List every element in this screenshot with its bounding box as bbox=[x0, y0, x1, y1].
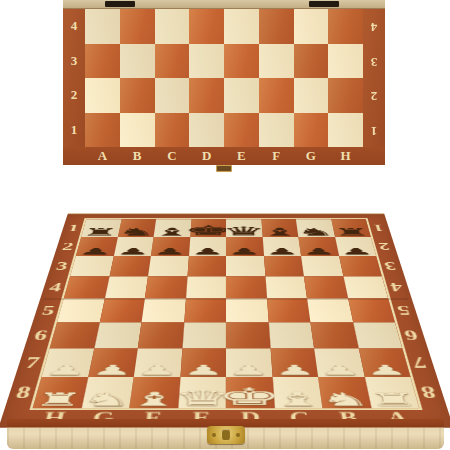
square-D2 bbox=[189, 78, 224, 113]
square-B1 bbox=[120, 113, 155, 148]
piece-light-pawn-E7: ♟ bbox=[182, 364, 223, 377]
piece-light-rook-H8: ♜ bbox=[32, 391, 85, 408]
square-D8: ♚ bbox=[226, 377, 274, 408]
square-G7: ♟ bbox=[88, 349, 138, 377]
square-F2: ♟ bbox=[151, 237, 190, 256]
square-E3 bbox=[224, 44, 259, 79]
square-C1: ♝ bbox=[261, 219, 298, 237]
square-B7: ♟ bbox=[314, 349, 364, 377]
square-C4 bbox=[265, 276, 307, 298]
piece-dark-pawn-D2: ♟ bbox=[228, 247, 262, 256]
square-C5 bbox=[267, 299, 311, 323]
square-A1: ♜ bbox=[331, 219, 371, 237]
coordinate-label: H bbox=[328, 147, 363, 165]
square-C2: ♟ bbox=[262, 237, 301, 256]
square-F3 bbox=[148, 256, 188, 276]
square-E7: ♟ bbox=[180, 349, 226, 377]
square-G2: ♟ bbox=[113, 237, 153, 256]
square-H2 bbox=[328, 78, 363, 113]
coordinate-label: E bbox=[224, 147, 259, 165]
piece-light-pawn-D7: ♟ bbox=[228, 364, 269, 377]
square-B4 bbox=[120, 9, 155, 44]
piece-light-bishop-F8: ♝ bbox=[127, 390, 182, 408]
coordinate-label: G bbox=[294, 147, 329, 165]
piece-light-pawn-H7: ♟ bbox=[44, 364, 88, 377]
square-A2 bbox=[85, 78, 120, 113]
square-F5 bbox=[142, 299, 186, 323]
piece-light-rook-A8: ♜ bbox=[367, 391, 420, 408]
piece-dark-knight-B1: ♞ bbox=[296, 227, 336, 237]
coordinate-label: 1 bbox=[363, 113, 385, 148]
box-front-edge bbox=[7, 419, 444, 449]
coordinate-label: F bbox=[259, 147, 294, 165]
square-A1 bbox=[85, 113, 120, 148]
piece-dark-rook-A1: ♜ bbox=[332, 227, 371, 236]
coordinate-label: 4 bbox=[63, 9, 85, 44]
square-H6 bbox=[50, 323, 100, 349]
product-photo-scene: 4321 4321 ABCDEFGH ♜♞♝♚♛♝♞♜♟♟♟♟♟♟♟♟♟♟♟♟♟… bbox=[0, 0, 450, 450]
square-F8: ♝ bbox=[129, 377, 180, 408]
coordinate-label: A bbox=[85, 147, 120, 165]
square-F6 bbox=[138, 323, 184, 349]
square-G4 bbox=[294, 9, 329, 44]
square-E3 bbox=[187, 256, 226, 276]
square-H4 bbox=[328, 9, 363, 44]
square-B1: ♞ bbox=[296, 219, 335, 237]
piece-light-knight-G8: ♞ bbox=[79, 391, 133, 408]
square-F4 bbox=[145, 276, 187, 298]
open-board-surface: ♜♞♝♚♛♝♞♜♟♟♟♟♟♟♟♟♟♟♟♟♟♟♟♟♜♞♝♛♚♝♞♜ 1234567… bbox=[0, 213, 450, 428]
square-F4 bbox=[259, 9, 294, 44]
piece-dark-pawn-F2: ♟ bbox=[153, 247, 187, 256]
square-B5 bbox=[307, 299, 353, 323]
folded-rank-labels-right: 4321 bbox=[363, 9, 385, 147]
piece-dark-bishop-F1: ♝ bbox=[152, 227, 193, 237]
coordinate-label: 2 bbox=[363, 78, 385, 113]
square-G6 bbox=[94, 323, 142, 349]
folded-board-top-edge bbox=[63, 0, 385, 9]
square-C1 bbox=[155, 113, 190, 148]
square-D7: ♟ bbox=[226, 349, 272, 377]
square-E1: ♚ bbox=[190, 219, 226, 237]
square-E2: ♟ bbox=[188, 237, 226, 256]
square-C4 bbox=[155, 9, 190, 44]
square-H1 bbox=[328, 113, 363, 148]
square-D4 bbox=[226, 276, 267, 298]
piece-dark-pawn-A2: ♟ bbox=[339, 247, 375, 256]
square-B2: ♟ bbox=[298, 237, 338, 256]
coordinate-label: 4 bbox=[363, 9, 385, 44]
square-D2: ♟ bbox=[226, 237, 264, 256]
square-F2 bbox=[259, 78, 294, 113]
square-D4 bbox=[189, 9, 224, 44]
square-B3 bbox=[120, 44, 155, 79]
square-E1 bbox=[224, 113, 259, 148]
square-A5 bbox=[348, 299, 395, 323]
square-C7: ♟ bbox=[270, 349, 318, 377]
square-G1 bbox=[294, 113, 329, 148]
folded-board-grid bbox=[85, 9, 363, 147]
piece-dark-knight-G1: ♞ bbox=[116, 227, 156, 237]
coordinate-label: 1 bbox=[366, 219, 392, 237]
square-G8: ♞ bbox=[81, 377, 134, 408]
hinge-slot-right-icon bbox=[309, 1, 339, 7]
folded-board: 4321 4321 ABCDEFGH bbox=[63, 0, 385, 165]
folded-rank-labels-left: 4321 bbox=[63, 9, 85, 147]
square-E8: ♛ bbox=[178, 377, 226, 408]
square-G5 bbox=[99, 299, 145, 323]
square-F1 bbox=[259, 113, 294, 148]
square-H4 bbox=[64, 276, 109, 298]
coordinate-label: C bbox=[155, 147, 190, 165]
piece-dark-rook-H1: ♜ bbox=[81, 227, 120, 236]
coordinate-label: 3 bbox=[376, 256, 404, 276]
square-D1: ♛ bbox=[226, 219, 262, 237]
square-C6 bbox=[268, 323, 314, 349]
board-fold-seam bbox=[43, 299, 408, 300]
piece-dark-pawn-G2: ♟ bbox=[115, 247, 150, 256]
square-A3 bbox=[339, 256, 382, 276]
square-C8: ♝ bbox=[272, 377, 323, 408]
square-H7: ♟ bbox=[42, 349, 94, 377]
square-D3 bbox=[189, 44, 224, 79]
piece-light-pawn-B7: ♟ bbox=[319, 364, 362, 377]
square-E5 bbox=[184, 299, 226, 323]
piece-dark-pawn-H2: ♟ bbox=[78, 247, 114, 256]
square-A4 bbox=[343, 276, 388, 298]
square-A3 bbox=[85, 44, 120, 79]
coordinate-label: 3 bbox=[363, 44, 385, 79]
square-F1: ♝ bbox=[154, 219, 191, 237]
folded-clasp-icon bbox=[216, 165, 232, 172]
square-H8: ♜ bbox=[33, 377, 88, 408]
coordinate-label: 2 bbox=[63, 78, 85, 113]
square-H3 bbox=[328, 44, 363, 79]
square-B8: ♞ bbox=[318, 377, 371, 408]
square-H5 bbox=[57, 299, 104, 323]
square-C3 bbox=[264, 256, 304, 276]
coordinate-label: 3 bbox=[63, 44, 85, 79]
piece-dark-pawn-C2: ♟ bbox=[265, 247, 299, 256]
piece-light-queen-E8: ♛ bbox=[172, 388, 232, 408]
square-D6 bbox=[226, 323, 270, 349]
square-F7: ♟ bbox=[134, 349, 182, 377]
square-D5 bbox=[226, 299, 268, 323]
square-E4 bbox=[224, 9, 259, 44]
square-G2 bbox=[294, 78, 329, 113]
square-G3 bbox=[294, 44, 329, 79]
square-A6 bbox=[353, 323, 403, 349]
square-F3 bbox=[259, 44, 294, 79]
square-B4 bbox=[304, 276, 348, 298]
piece-light-pawn-A7: ♟ bbox=[364, 364, 408, 377]
coordinate-label: 2 bbox=[371, 237, 398, 256]
square-G3 bbox=[109, 256, 151, 276]
square-H2: ♟ bbox=[76, 237, 118, 256]
piece-light-pawn-G7: ♟ bbox=[90, 364, 133, 377]
square-D1 bbox=[189, 113, 224, 148]
square-C2 bbox=[155, 78, 190, 113]
coordinate-label: 1 bbox=[63, 113, 85, 148]
piece-dark-pawn-E2: ♟ bbox=[190, 247, 224, 256]
square-E4 bbox=[185, 276, 226, 298]
square-B2 bbox=[120, 78, 155, 113]
open-board: ♜♞♝♚♛♝♞♜♟♟♟♟♟♟♟♟♟♟♟♟♟♟♟♟♜♞♝♛♚♝♞♜ 1234567… bbox=[0, 213, 450, 428]
square-B3 bbox=[301, 256, 343, 276]
square-G1: ♞ bbox=[117, 219, 156, 237]
piece-light-pawn-C7: ♟ bbox=[274, 364, 316, 377]
piece-light-pawn-F7: ♟ bbox=[136, 364, 178, 377]
square-C3 bbox=[155, 44, 190, 79]
hinge-slot-left-icon bbox=[105, 1, 135, 7]
piece-light-knight-B8: ♞ bbox=[319, 391, 373, 408]
square-A4 bbox=[85, 9, 120, 44]
square-G4 bbox=[104, 276, 148, 298]
square-E6 bbox=[182, 323, 226, 349]
brass-latch-icon bbox=[207, 426, 245, 444]
piece-light-bishop-C8: ♝ bbox=[270, 390, 325, 408]
square-H3 bbox=[70, 256, 113, 276]
coordinate-label: D bbox=[189, 147, 224, 165]
square-H1: ♜ bbox=[81, 219, 121, 237]
square-B6 bbox=[310, 323, 358, 349]
piece-dark-queen-D1: ♛ bbox=[222, 226, 267, 237]
open-board-grid: ♜♞♝♚♛♝♞♜♟♟♟♟♟♟♟♟♟♟♟♟♟♟♟♟♜♞♝♛♚♝♞♜ bbox=[33, 219, 419, 408]
folded-file-labels: ABCDEFGH bbox=[63, 147, 385, 165]
coordinate-label: 4 bbox=[382, 276, 412, 298]
coordinate-label: B bbox=[120, 147, 155, 165]
square-D3 bbox=[226, 256, 265, 276]
piece-dark-pawn-B2: ♟ bbox=[302, 247, 337, 256]
piece-dark-bishop-C1: ♝ bbox=[260, 227, 301, 237]
square-E2 bbox=[224, 78, 259, 113]
square-A2: ♟ bbox=[335, 237, 377, 256]
